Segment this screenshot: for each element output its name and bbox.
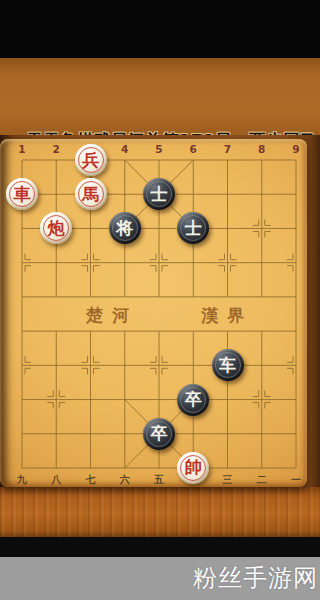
piece-black-pawn[interactable]: 卒	[143, 418, 175, 450]
piece-label: 馬	[82, 185, 99, 202]
piece-label: 車	[14, 185, 31, 202]
piece-label: 士	[151, 185, 168, 202]
top-black-bar	[0, 0, 320, 58]
piece-red-horse[interactable]: 馬	[75, 178, 107, 210]
piece-label: 车	[219, 356, 236, 373]
board-grid[interactable]: 兵車馬士炮将士车卒卒帥	[5, 143, 313, 485]
wood-table-strip	[0, 487, 320, 537]
piece-red-general[interactable]: 帥	[177, 452, 209, 484]
piece-label: 士	[185, 219, 202, 236]
piece-label: 帥	[185, 459, 202, 476]
screenshot-root: 天天象棋残局闯关第172局：两步回马 金枪，车守下二路，炮马一线杀! 楚河 漢界…	[0, 0, 320, 600]
piece-label: 卒	[185, 391, 202, 408]
piece-black-chariot[interactable]: 车	[212, 349, 244, 381]
piece-label: 兵	[82, 151, 99, 168]
site-watermark: 粉丝手游网	[193, 564, 320, 592]
piece-red-cannon[interactable]: 炮	[40, 212, 72, 244]
piece-label: 炮	[48, 219, 65, 236]
piece-black-general[interactable]: 将	[109, 212, 141, 244]
piece-red-chariot[interactable]: 車	[6, 178, 38, 210]
piece-red-pawn[interactable]: 兵	[75, 144, 107, 176]
piece-label: 卒	[151, 425, 168, 442]
piece-label: 将	[116, 219, 133, 236]
piece-black-advisor[interactable]: 士	[177, 212, 209, 244]
piece-black-pawn[interactable]: 卒	[177, 384, 209, 416]
piece-black-advisor[interactable]: 士	[143, 178, 175, 210]
bottom-black-bar	[0, 537, 320, 557]
puzzle-title-banner: 天天象棋残局闯关第172局：两步回马 金枪，车守下二路，炮马一线杀!	[0, 58, 320, 135]
footer-watermark-bar: 粉丝手游网	[0, 557, 320, 600]
